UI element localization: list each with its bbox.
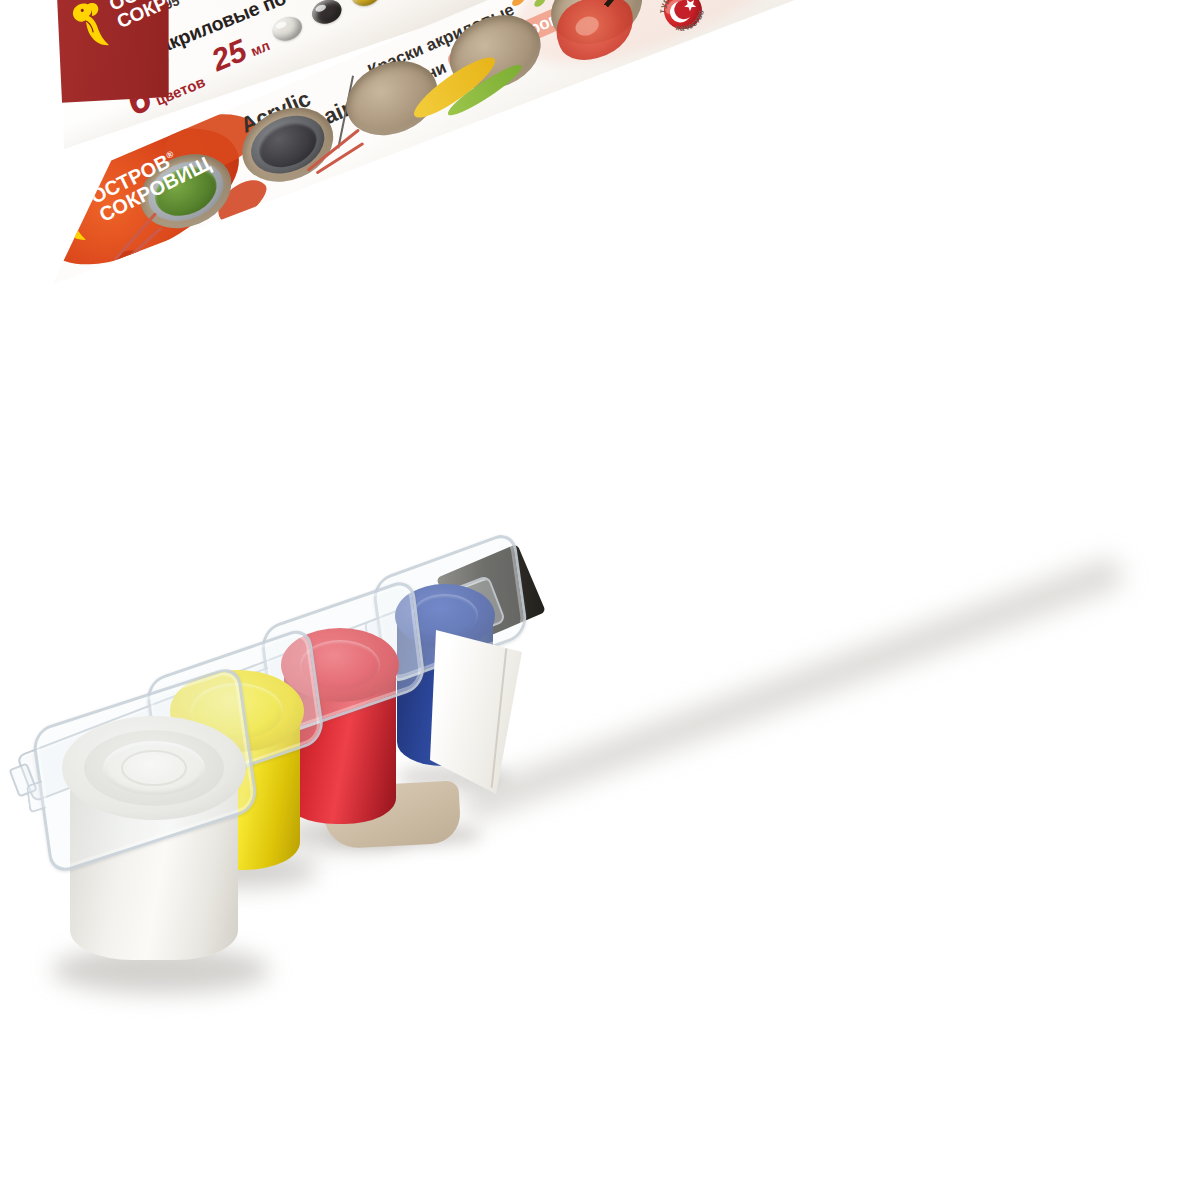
product-photo-scene: арт. 191695 Яркие цвета Не выцветают Для… [0,0,1200,1200]
parrot-logo-icon [64,0,118,56]
box-shadow [458,556,1126,824]
volume-unit: мл [248,37,272,59]
